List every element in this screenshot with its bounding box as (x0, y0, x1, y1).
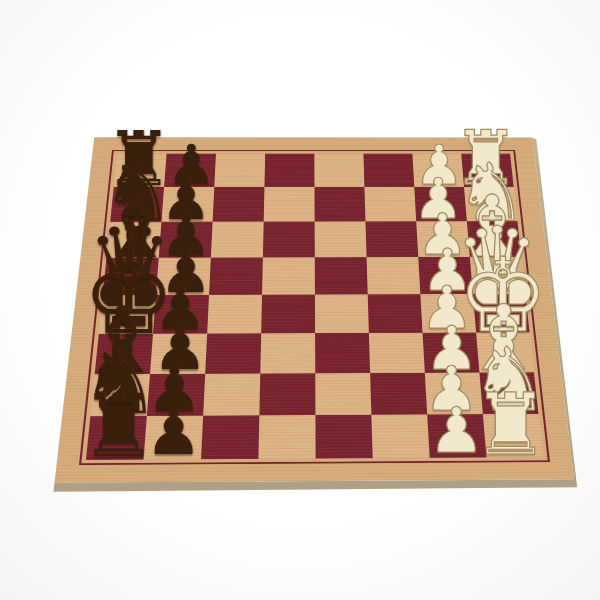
piece-white-rook-h1: ♜ (473, 381, 549, 466)
photo-canvas: ♜♞♝♛♚♝♞♜♟♟♟♟♟♟♟♟♟♟♟♟♟♟♟♟♜♞♝♛♚♝♞♜ (0, 0, 600, 600)
pieces-layer: ♜♞♝♛♚♝♞♜♟♟♟♟♟♟♟♟♟♟♟♟♟♟♟♟♜♞♝♛♚♝♞♜ (0, 0, 600, 600)
piece-black-pawn-h7: ♟ (145, 401, 202, 464)
